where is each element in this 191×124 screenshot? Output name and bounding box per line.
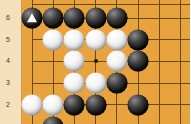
coordinate-margin: 65432 — [0, 0, 22, 124]
row-label-6: 6 — [0, 14, 16, 21]
row-label-3: 3 — [0, 79, 16, 86]
triangle-mark — [27, 13, 37, 22]
black-stone-C6 — [64, 8, 85, 29]
grid-vertical-line — [159, 0, 160, 124]
white-stone-A2 — [22, 94, 43, 115]
white-stone-C3 — [64, 73, 85, 94]
black-stone-E3 — [106, 73, 127, 94]
black-stone-C2 — [64, 94, 85, 115]
grid-horizontal-line — [32, 4, 191, 5]
white-stone-D3 — [85, 73, 106, 94]
black-stone-B6 — [43, 8, 64, 29]
star-point — [94, 59, 98, 63]
row-label-5: 5 — [0, 35, 16, 42]
black-stone-E6 — [106, 8, 127, 29]
black-stone-B1 — [43, 116, 64, 124]
white-stone-B5 — [43, 29, 64, 50]
go-board[interactable]: 65432 — [0, 0, 190, 124]
white-stone-C4 — [64, 51, 85, 72]
white-stone-B2 — [43, 94, 64, 115]
white-stone-E4 — [106, 51, 127, 72]
black-stone-D2 — [85, 94, 106, 115]
black-stone-F2 — [128, 94, 149, 115]
row-label-2: 2 — [0, 100, 16, 107]
black-stone-F5 — [128, 29, 149, 50]
white-stone-E5 — [106, 29, 127, 50]
grid-vertical-line — [180, 0, 181, 124]
row-label-4: 4 — [0, 57, 16, 64]
white-stone-D5 — [85, 29, 106, 50]
black-stone-D6 — [85, 8, 106, 29]
black-stone-F4 — [128, 51, 149, 72]
white-stone-C5 — [64, 29, 85, 50]
